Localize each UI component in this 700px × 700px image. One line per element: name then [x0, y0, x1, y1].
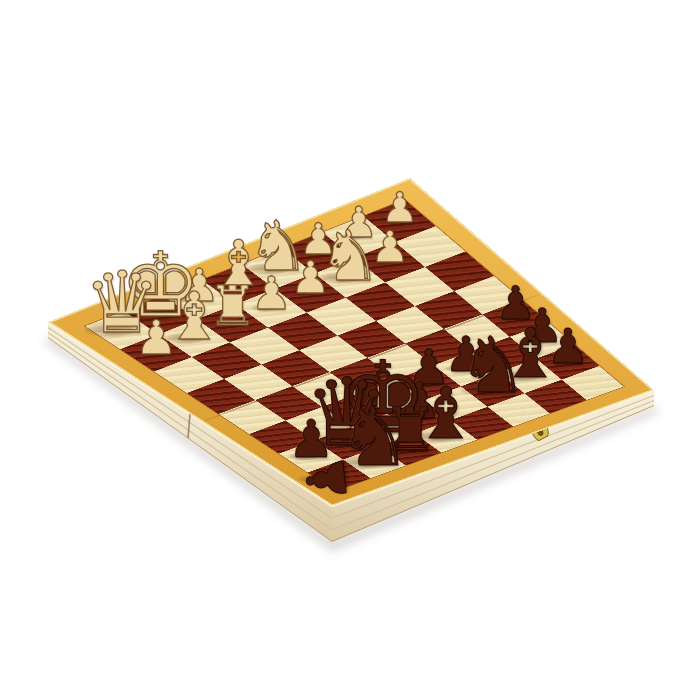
product-photo: ♛♚♟♝♞♟♟♟♟♝♜♟♟♞♟♟♞♜♝♟♛♚♟♞♝♟♟♟♟♟: [0, 0, 700, 700]
hinge-seam-side: [188, 414, 190, 438]
board-grid: [85, 200, 623, 491]
chessboard: [48, 178, 654, 506]
